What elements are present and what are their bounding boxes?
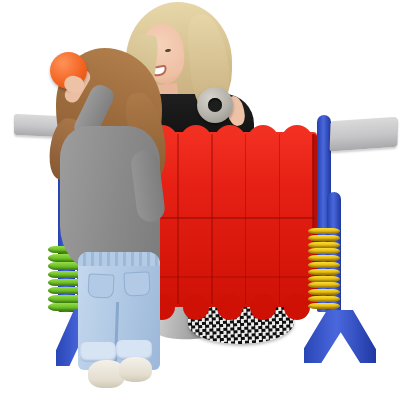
jeans-pocket-left xyxy=(87,273,114,298)
stacked-ring xyxy=(308,248,340,254)
stacked-ring xyxy=(308,242,340,248)
stacked-ring xyxy=(308,276,340,282)
stacked-ring xyxy=(308,282,340,288)
stacked-ring xyxy=(308,235,340,241)
held-gray-ring-hole xyxy=(208,98,222,112)
board-grid xyxy=(145,130,314,307)
stacked-ring xyxy=(308,296,340,302)
stacked-ring xyxy=(308,255,340,261)
stacked-ring xyxy=(308,228,340,234)
yellow-ring-stack xyxy=(308,228,340,310)
stacked-ring xyxy=(308,303,340,309)
jeans-pocket-right xyxy=(123,271,150,296)
stacked-ring xyxy=(308,269,340,275)
stacked-ring xyxy=(308,289,340,295)
child-shoe-right xyxy=(119,357,152,382)
scene-photo xyxy=(0,0,400,400)
right-ball-tray xyxy=(330,117,399,152)
jeans-waistband xyxy=(78,252,160,266)
jeans-cuff-left xyxy=(80,342,116,362)
held-gray-ring xyxy=(197,87,233,123)
stacked-ring xyxy=(308,262,340,268)
right-leg xyxy=(304,310,376,363)
